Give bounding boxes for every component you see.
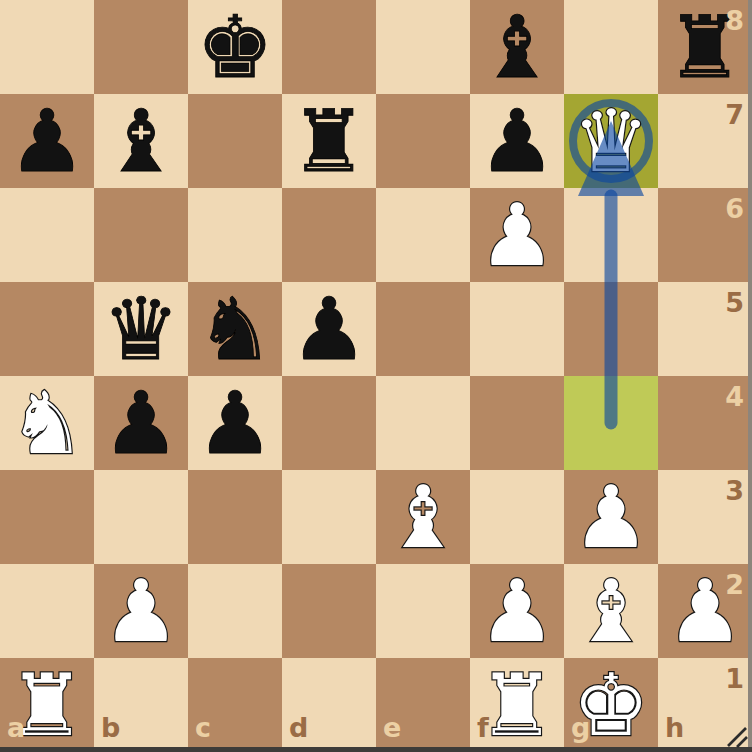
white-pawn-g3[interactable]: ♟ bbox=[564, 470, 658, 564]
square-e1[interactable] bbox=[376, 658, 470, 752]
square-h7[interactable] bbox=[658, 94, 752, 188]
square-d2[interactable] bbox=[282, 564, 376, 658]
white-pawn-b2[interactable]: ♟ bbox=[94, 564, 188, 658]
black-bishop-f8[interactable]: ♝ bbox=[470, 0, 564, 94]
square-g8[interactable] bbox=[564, 0, 658, 94]
black-bishop-b7[interactable]: ♝ bbox=[94, 94, 188, 188]
square-e6[interactable] bbox=[376, 188, 470, 282]
square-e2[interactable] bbox=[376, 564, 470, 658]
black-queen-b5[interactable]: ♛ bbox=[94, 282, 188, 376]
black-pawn-f7[interactable]: ♟ bbox=[470, 94, 564, 188]
square-c3[interactable] bbox=[188, 470, 282, 564]
square-c7[interactable] bbox=[188, 94, 282, 188]
square-d3[interactable] bbox=[282, 470, 376, 564]
square-h5[interactable] bbox=[658, 282, 752, 376]
square-d4[interactable] bbox=[282, 376, 376, 470]
square-a5[interactable] bbox=[0, 282, 94, 376]
square-a2[interactable] bbox=[0, 564, 94, 658]
page-bottom-edge bbox=[0, 747, 752, 752]
square-b3[interactable] bbox=[94, 470, 188, 564]
square-b8[interactable] bbox=[94, 0, 188, 94]
square-b1[interactable] bbox=[94, 658, 188, 752]
square-d1[interactable] bbox=[282, 658, 376, 752]
white-bishop-e3[interactable]: ♝ bbox=[376, 470, 470, 564]
square-b6[interactable] bbox=[94, 188, 188, 282]
square-a3[interactable] bbox=[0, 470, 94, 564]
white-pawn-f2[interactable]: ♟ bbox=[470, 564, 564, 658]
square-f5[interactable] bbox=[470, 282, 564, 376]
white-pawn-h2[interactable]: ♟ bbox=[658, 564, 752, 658]
square-e8[interactable] bbox=[376, 0, 470, 94]
square-e7[interactable] bbox=[376, 94, 470, 188]
square-a6[interactable] bbox=[0, 188, 94, 282]
white-rook-a1[interactable]: ♜ bbox=[0, 658, 94, 752]
black-pawn-c4[interactable]: ♟ bbox=[188, 376, 282, 470]
black-king-c8[interactable]: ♚ bbox=[188, 0, 282, 94]
black-knight-c5[interactable]: ♞ bbox=[188, 282, 282, 376]
square-g4[interactable] bbox=[564, 376, 658, 470]
white-bishop-g2[interactable]: ♝ bbox=[564, 564, 658, 658]
square-g6[interactable] bbox=[564, 188, 658, 282]
square-g5[interactable] bbox=[564, 282, 658, 376]
resize-handle-line bbox=[728, 728, 746, 746]
square-e5[interactable] bbox=[376, 282, 470, 376]
square-a8[interactable] bbox=[0, 0, 94, 94]
black-rook-d7[interactable]: ♜ bbox=[282, 94, 376, 188]
black-pawn-b4[interactable]: ♟ bbox=[94, 376, 188, 470]
white-pawn-f6[interactable]: ♟ bbox=[470, 188, 564, 282]
square-c2[interactable] bbox=[188, 564, 282, 658]
square-c6[interactable] bbox=[188, 188, 282, 282]
square-d6[interactable] bbox=[282, 188, 376, 282]
black-pawn-a7[interactable]: ♟ bbox=[0, 94, 94, 188]
white-queen-g7[interactable]: ♛ bbox=[564, 94, 658, 188]
square-d8[interactable] bbox=[282, 0, 376, 94]
white-knight-a4[interactable]: ♞ bbox=[0, 376, 94, 470]
square-f4[interactable] bbox=[470, 376, 564, 470]
black-pawn-d5[interactable]: ♟ bbox=[282, 282, 376, 376]
chess-board: ♚♝♜♟♝♜♟♛♟♛♞♟♞♟♟♝♟♟♟♝♟♜♜♚ abcdefgh8765432… bbox=[0, 0, 752, 752]
square-h4[interactable] bbox=[658, 376, 752, 470]
board-resize-handle[interactable] bbox=[722, 722, 752, 752]
square-e4[interactable] bbox=[376, 376, 470, 470]
white-king-g1[interactable]: ♚ bbox=[564, 658, 658, 752]
square-c1[interactable] bbox=[188, 658, 282, 752]
board-right-edge bbox=[748, 0, 752, 752]
square-h6[interactable] bbox=[658, 188, 752, 282]
square-h3[interactable] bbox=[658, 470, 752, 564]
black-rook-h8[interactable]: ♜ bbox=[658, 0, 752, 94]
white-rook-f1[interactable]: ♜ bbox=[470, 658, 564, 752]
resize-handle-line bbox=[737, 737, 747, 747]
square-f3[interactable] bbox=[470, 470, 564, 564]
